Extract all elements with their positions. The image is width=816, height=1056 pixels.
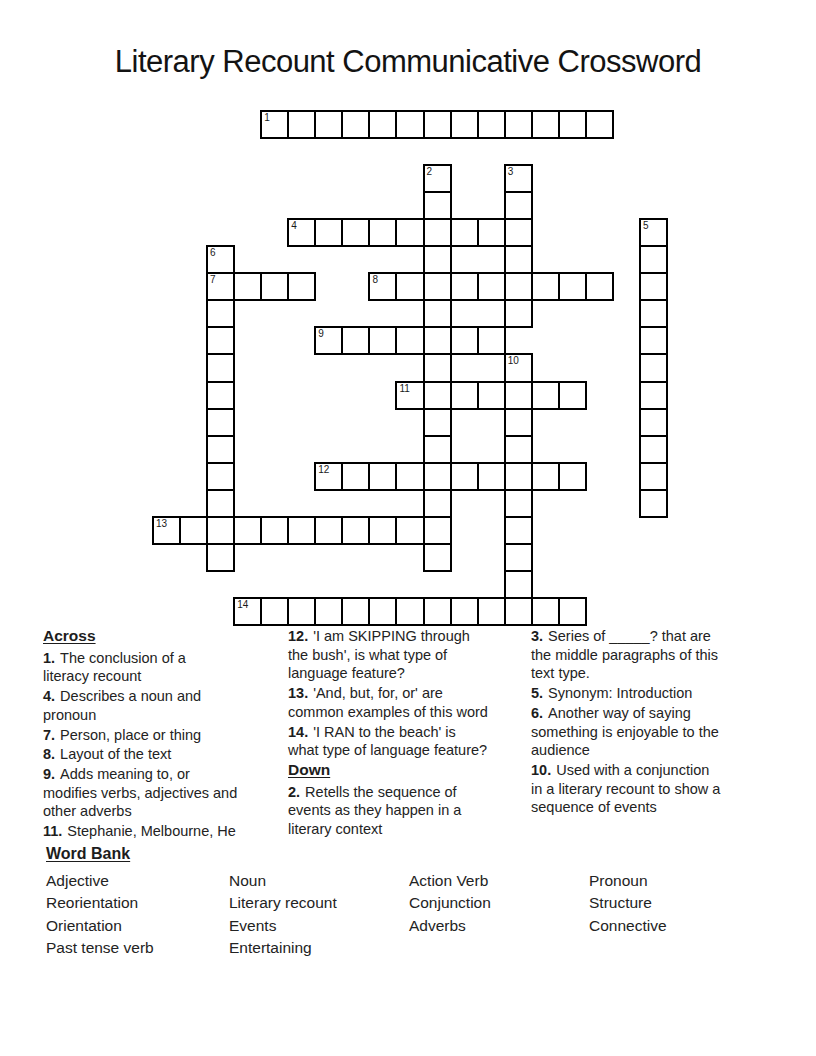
- grid-cell[interactable]: 1: [260, 110, 289, 139]
- clue-number: 4.: [43, 688, 55, 704]
- grid-cell[interactable]: 2: [423, 164, 452, 193]
- grid-cell[interactable]: [260, 597, 289, 626]
- clue-7: 7.Person, place or thing: [43, 726, 291, 745]
- word-bank-heading: Word Bank: [46, 845, 788, 863]
- clue-8: 8.Layout of the text: [43, 745, 291, 764]
- word-bank-column: NounLiterary recountEventsEntertaining: [229, 870, 409, 959]
- word-bank-item: Connective: [589, 915, 739, 937]
- clue-text: 'And, but, for, or' are common examples …: [288, 685, 488, 720]
- grid-cell[interactable]: [504, 272, 533, 301]
- clue-text: 'I RAN to the beach' is what type of lan…: [288, 724, 487, 759]
- clue-number: 12.: [288, 628, 308, 644]
- grid-cell[interactable]: [341, 462, 370, 491]
- clue-text: Stephanie, Melbourne, He: [67, 823, 235, 839]
- clue-number-label: 3: [508, 167, 514, 177]
- clue-10: 10.Used with a conjunction in a literary…: [531, 761, 775, 817]
- grid-cell[interactable]: [450, 272, 479, 301]
- grid-cell[interactable]: [639, 326, 668, 355]
- grid-cell[interactable]: [423, 245, 452, 274]
- grid-cell[interactable]: 6: [206, 245, 235, 274]
- grid-cell[interactable]: [558, 381, 587, 410]
- grid-cell[interactable]: [504, 245, 533, 274]
- clue-number-label: 5: [643, 221, 649, 231]
- grid-cell[interactable]: [531, 597, 560, 626]
- clue-number: 14.: [288, 724, 308, 740]
- grid-cell[interactable]: [639, 435, 668, 464]
- grid-cell[interactable]: [558, 462, 587, 491]
- grid-cell[interactable]: [639, 353, 668, 382]
- grid-cell[interactable]: 14: [233, 597, 262, 626]
- clue-2: 2.Retells the sequence of events as they…: [288, 783, 534, 839]
- down-heading: Down: [288, 761, 534, 780]
- grid-cell[interactable]: [368, 326, 397, 355]
- grid-cell[interactable]: [504, 597, 533, 626]
- grid-cell[interactable]: [450, 326, 479, 355]
- grid-cell[interactable]: [341, 516, 370, 545]
- grid-cell[interactable]: [233, 516, 262, 545]
- grid-cell[interactable]: [260, 516, 289, 545]
- grid-cell[interactable]: [395, 516, 424, 545]
- grid-cell[interactable]: [639, 381, 668, 410]
- clue-text: Describes a noun and pronoun: [43, 688, 201, 723]
- clue-number: 7.: [43, 727, 55, 743]
- grid-cell[interactable]: [504, 191, 533, 220]
- clue-column: 12.'I am SKIPPING through the bush', is …: [288, 627, 534, 840]
- grid-cell[interactable]: [531, 381, 560, 410]
- grid-cell[interactable]: 7: [206, 272, 235, 301]
- grid-cell[interactable]: [233, 272, 262, 301]
- clue-text: Synonym: Introduction: [548, 685, 692, 701]
- clue-number: 8.: [43, 746, 55, 762]
- word-bank-column: AdjectiveReorientationOrientationPast te…: [46, 870, 229, 959]
- grid-cell[interactable]: [206, 353, 235, 382]
- grid-cell[interactable]: [504, 543, 533, 572]
- grid-cell[interactable]: [368, 218, 397, 247]
- word-bank-column: Action VerbConjunctionAdverbs: [409, 870, 589, 959]
- clue-number-label: 12: [318, 465, 329, 475]
- grid-cell[interactable]: [395, 218, 424, 247]
- clue-number: 1.: [43, 650, 55, 666]
- clue-number: 5.: [531, 685, 543, 701]
- clue-text: Retells the sequence of events as they h…: [288, 784, 461, 837]
- word-bank-item: Adjective: [46, 870, 229, 892]
- clue-column: Across1.The conclusion of a literacy rec…: [43, 627, 291, 842]
- grid-cell[interactable]: 10: [504, 353, 533, 382]
- grid-cell[interactable]: [423, 408, 452, 437]
- grid-cell[interactable]: [585, 272, 614, 301]
- grid-cell[interactable]: 9: [314, 326, 343, 355]
- grid-cell[interactable]: [368, 597, 397, 626]
- grid-cell[interactable]: [531, 272, 560, 301]
- grid-cell[interactable]: [368, 462, 397, 491]
- grid-cell[interactable]: [395, 326, 424, 355]
- word-bank-item: Conjunction: [409, 892, 589, 914]
- grid-cell[interactable]: [477, 110, 506, 139]
- grid-cell[interactable]: [504, 516, 533, 545]
- grid-cell[interactable]: [450, 597, 479, 626]
- word-bank-item: Pronoun: [589, 870, 739, 892]
- grid-cell[interactable]: [423, 353, 452, 382]
- grid-cell[interactable]: [639, 408, 668, 437]
- clue-number-label: 8: [372, 275, 378, 285]
- grid-cell[interactable]: [423, 218, 452, 247]
- word-bank-section: Word Bank AdjectiveReorientationOrientat…: [46, 845, 788, 959]
- crossword-worksheet: { "title": "Literary Recount Communicati…: [0, 0, 816, 1056]
- grid-cell[interactable]: [341, 597, 370, 626]
- clue-number-label: 13: [156, 519, 167, 529]
- grid-cell[interactable]: [504, 218, 533, 247]
- word-bank-column: PronounStructureConnective: [589, 870, 739, 959]
- grid-cell[interactable]: [504, 435, 533, 464]
- grid-cell[interactable]: [368, 110, 397, 139]
- across-heading: Across: [43, 627, 291, 646]
- grid-cell[interactable]: [531, 110, 560, 139]
- grid-cell[interactable]: [639, 489, 668, 518]
- grid-cell[interactable]: [206, 326, 235, 355]
- grid-cell[interactable]: [287, 597, 316, 626]
- clue-14: 14.'I RAN to the beach' is what type of …: [288, 723, 534, 760]
- crossword-grid: 1234567891011121314: [152, 110, 668, 626]
- clue-13: 13.'And, but, for, or' are common exampl…: [288, 684, 534, 721]
- grid-cell[interactable]: [395, 110, 424, 139]
- clue-number: 13.: [288, 685, 308, 701]
- grid-cell[interactable]: [558, 110, 587, 139]
- clue-text: The conclusion of a literacy recount: [43, 650, 186, 685]
- clue-text: Person, place or thing: [60, 727, 201, 743]
- grid-cell[interactable]: 3: [504, 164, 533, 193]
- grid-cell[interactable]: 4: [287, 218, 316, 247]
- clue-number: 9.: [43, 766, 55, 782]
- grid-cell[interactable]: [423, 435, 452, 464]
- grid-cell[interactable]: [423, 272, 452, 301]
- grid-cell[interactable]: [585, 110, 614, 139]
- clue-number: 3.: [531, 628, 543, 644]
- grid-cell[interactable]: [504, 299, 533, 328]
- grid-cell[interactable]: [450, 381, 479, 410]
- word-bank-item: Past tense verb: [46, 937, 229, 959]
- grid-cell[interactable]: [206, 462, 235, 491]
- grid-cell[interactable]: [423, 191, 452, 220]
- grid-cell[interactable]: [558, 272, 587, 301]
- word-bank-item: Structure: [589, 892, 739, 914]
- grid-cell[interactable]: [504, 408, 533, 437]
- grid-cell[interactable]: [477, 272, 506, 301]
- grid-cell[interactable]: [206, 299, 235, 328]
- grid-cell[interactable]: [423, 462, 452, 491]
- grid-cell[interactable]: [504, 570, 533, 599]
- grid-cell[interactable]: [639, 462, 668, 491]
- grid-cell[interactable]: [477, 462, 506, 491]
- clue-number: 2.: [288, 784, 300, 800]
- clue-number-label: 10: [508, 356, 519, 366]
- grid-cell[interactable]: 8: [368, 272, 397, 301]
- clue-number-label: 7: [210, 275, 216, 285]
- grid-cell[interactable]: [395, 597, 424, 626]
- grid-cell[interactable]: [504, 462, 533, 491]
- grid-cell[interactable]: [423, 516, 452, 545]
- grid-cell[interactable]: [206, 516, 235, 545]
- clue-6: 6.Another way of saying something is enj…: [531, 704, 775, 760]
- clue-12: 12.'I am SKIPPING through the bush', is …: [288, 627, 534, 683]
- grid-cell[interactable]: [423, 543, 452, 572]
- grid-cell[interactable]: [206, 435, 235, 464]
- word-bank-item: Orientation: [46, 915, 229, 937]
- clue-column: 3.Series of _____? that are the middle p…: [531, 627, 775, 818]
- word-bank-item: Literary recount: [229, 892, 409, 914]
- grid-cell[interactable]: [639, 299, 668, 328]
- word-bank-item: Entertaining: [229, 937, 409, 959]
- grid-cell[interactable]: [423, 381, 452, 410]
- clue-number-label: 14: [237, 600, 248, 610]
- grid-cell[interactable]: [206, 381, 235, 410]
- grid-cell[interactable]: [287, 272, 316, 301]
- grid-cell[interactable]: [395, 272, 424, 301]
- grid-cell[interactable]: [558, 597, 587, 626]
- grid-cell[interactable]: [179, 516, 208, 545]
- clue-9: 9.Adds meaning to, or modifies verbs, ad…: [43, 765, 291, 821]
- clue-text: Used with a conjunction in a literary re…: [531, 762, 720, 815]
- grid-cell[interactable]: [639, 272, 668, 301]
- clue-number-label: 1: [264, 113, 270, 123]
- clue-1: 1.The conclusion of a literacy recount: [43, 649, 291, 686]
- grid-cell[interactable]: [260, 272, 289, 301]
- grid-cell[interactable]: [314, 597, 343, 626]
- grid-cell[interactable]: [368, 516, 397, 545]
- grid-cell[interactable]: 13: [152, 516, 181, 545]
- grid-cell[interactable]: [287, 516, 316, 545]
- grid-cell[interactable]: [423, 489, 452, 518]
- grid-cell[interactable]: [531, 462, 560, 491]
- word-bank-item: Noun: [229, 870, 409, 892]
- clue-3: 3.Series of _____? that are the middle p…: [531, 627, 775, 683]
- grid-cell[interactable]: [341, 326, 370, 355]
- clue-4: 4.Describes a noun and pronoun: [43, 687, 291, 724]
- grid-cell[interactable]: [423, 299, 452, 328]
- word-bank-item: Adverbs: [409, 915, 589, 937]
- clue-number: 10.: [531, 762, 551, 778]
- grid-cell[interactable]: [341, 110, 370, 139]
- grid-cell[interactable]: 12: [314, 462, 343, 491]
- clue-11: 11.Stephanie, Melbourne, He: [43, 822, 291, 841]
- grid-cell[interactable]: 11: [395, 381, 424, 410]
- grid-cell[interactable]: [395, 462, 424, 491]
- grid-cell[interactable]: [450, 462, 479, 491]
- grid-cell[interactable]: [287, 110, 316, 139]
- word-bank-item: Action Verb: [409, 870, 589, 892]
- clue-text: Adds meaning to, or modifies verbs, adje…: [43, 766, 237, 819]
- grid-cell[interactable]: [314, 516, 343, 545]
- grid-cell[interactable]: [423, 110, 452, 139]
- page-title: Literary Recount Communicative Crossword: [0, 44, 816, 80]
- grid-cell[interactable]: [206, 543, 235, 572]
- grid-cell[interactable]: [314, 110, 343, 139]
- clue-text: Series of _____? that are the middle par…: [531, 628, 718, 681]
- grid-cell[interactable]: [206, 489, 235, 518]
- grid-cell[interactable]: [504, 110, 533, 139]
- grid-cell[interactable]: [314, 218, 343, 247]
- grid-cell[interactable]: [423, 597, 452, 626]
- grid-cell[interactable]: [477, 381, 506, 410]
- clue-number-label: 4: [291, 221, 297, 231]
- grid-cell[interactable]: [450, 110, 479, 139]
- clue-text: Another way of saying something is enjoy…: [531, 705, 719, 758]
- grid-cell[interactable]: [477, 218, 506, 247]
- grid-cell[interactable]: [206, 408, 235, 437]
- grid-cell[interactable]: [639, 245, 668, 274]
- clue-number: 6.: [531, 705, 543, 721]
- word-bank-item: Events: [229, 915, 409, 937]
- grid-cell[interactable]: [450, 218, 479, 247]
- clue-text: 'I am SKIPPING through the bush', is wha…: [288, 628, 470, 681]
- word-bank-item: Reorientation: [46, 892, 229, 914]
- grid-cell[interactable]: [477, 597, 506, 626]
- grid-cell[interactable]: 5: [639, 218, 668, 247]
- grid-cell[interactable]: [504, 489, 533, 518]
- clue-number-label: 2: [427, 167, 433, 177]
- grid-cell[interactable]: [341, 218, 370, 247]
- clue-5: 5.Synonym: Introduction: [531, 684, 775, 703]
- grid-cell[interactable]: [504, 381, 533, 410]
- clue-number-label: 11: [399, 384, 409, 394]
- clue-text: Layout of the text: [60, 746, 171, 762]
- grid-cell[interactable]: [423, 326, 452, 355]
- grid-cell[interactable]: [477, 326, 506, 355]
- word-bank-columns: AdjectiveReorientationOrientationPast te…: [46, 870, 788, 959]
- clue-number-label: 6: [210, 248, 216, 258]
- clue-number: 11.: [43, 823, 62, 839]
- clue-number-label: 9: [318, 329, 324, 339]
